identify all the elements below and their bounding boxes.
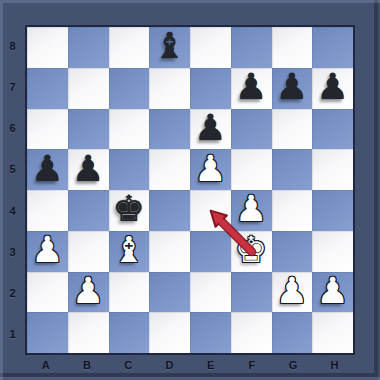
square-e1[interactable] [190, 312, 231, 353]
square-f5[interactable] [231, 149, 272, 190]
rank-label-4: 4 [0, 190, 25, 231]
piece-black-pawn-g7[interactable]: ♟ [276, 69, 308, 105]
piece-black-bishop-d8[interactable]: ♝ [153, 28, 185, 64]
piece-white-pawn-f4[interactable]: ♟ [235, 191, 267, 227]
square-f1[interactable] [231, 312, 272, 353]
rank-label-6: 6 [0, 108, 25, 149]
rank-label-5: 5 [0, 149, 25, 190]
rank-label-1: 1 [0, 314, 25, 355]
square-c1[interactable] [109, 312, 150, 353]
square-c8[interactable] [109, 27, 150, 68]
piece-black-pawn-e6[interactable]: ♟ [194, 110, 226, 146]
square-a7[interactable] [27, 68, 68, 109]
square-h4[interactable] [312, 190, 353, 231]
square-f7[interactable]: ♟ [231, 68, 272, 109]
square-d2[interactable] [149, 272, 190, 313]
square-b8[interactable] [68, 27, 109, 68]
square-a1[interactable] [27, 312, 68, 353]
square-h2[interactable]: ♟ [312, 272, 353, 313]
square-g1[interactable] [272, 312, 313, 353]
file-label-B: B [66, 356, 107, 374]
rank-label-8: 8 [0, 25, 25, 66]
square-b2[interactable]: ♟ [68, 272, 109, 313]
square-e2[interactable] [190, 272, 231, 313]
piece-white-king-f3[interactable]: ♚ [235, 232, 267, 268]
square-c4[interactable]: ♚ [109, 190, 150, 231]
square-g2[interactable]: ♟ [272, 272, 313, 313]
square-g6[interactable] [272, 109, 313, 150]
square-e6[interactable]: ♟ [190, 109, 231, 150]
file-label-D: D [149, 356, 190, 374]
piece-black-pawn-f7[interactable]: ♟ [235, 69, 267, 105]
file-label-A: A [25, 356, 66, 374]
square-b3[interactable] [68, 231, 109, 272]
square-a5[interactable]: ♟ [27, 149, 68, 190]
square-f3[interactable]: ♚ [231, 231, 272, 272]
square-d8[interactable]: ♝ [149, 27, 190, 68]
square-h7[interactable]: ♟ [312, 68, 353, 109]
file-label-E: E [190, 356, 231, 374]
square-d3[interactable] [149, 231, 190, 272]
square-d4[interactable] [149, 190, 190, 231]
piece-white-pawn-g2[interactable]: ♟ [276, 273, 308, 309]
square-d6[interactable] [149, 109, 190, 150]
square-g3[interactable] [272, 231, 313, 272]
square-e7[interactable] [190, 68, 231, 109]
piece-white-pawn-e5[interactable]: ♟ [194, 151, 226, 187]
square-c2[interactable] [109, 272, 150, 313]
square-d5[interactable] [149, 149, 190, 190]
square-e5[interactable]: ♟ [190, 149, 231, 190]
square-h5[interactable] [312, 149, 353, 190]
piece-black-pawn-a5[interactable]: ♟ [31, 151, 63, 187]
square-b7[interactable] [68, 68, 109, 109]
square-a4[interactable] [27, 190, 68, 231]
piece-black-pawn-h7[interactable]: ♟ [316, 69, 348, 105]
rank-label-3: 3 [0, 231, 25, 272]
square-b4[interactable] [68, 190, 109, 231]
rank-label-2: 2 [0, 273, 25, 314]
square-d7[interactable] [149, 68, 190, 109]
square-b6[interactable] [68, 109, 109, 150]
square-c7[interactable] [109, 68, 150, 109]
piece-black-pawn-b5[interactable]: ♟ [72, 151, 104, 187]
square-b1[interactable] [68, 312, 109, 353]
piece-white-pawn-b2[interactable]: ♟ [72, 273, 104, 309]
square-e3[interactable] [190, 231, 231, 272]
square-a3[interactable]: ♟ [27, 231, 68, 272]
square-e8[interactable] [190, 27, 231, 68]
square-g4[interactable] [272, 190, 313, 231]
piece-white-pawn-a3[interactable]: ♟ [31, 232, 63, 268]
square-g8[interactable] [272, 27, 313, 68]
square-f4[interactable]: ♟ [231, 190, 272, 231]
square-f2[interactable] [231, 272, 272, 313]
square-g7[interactable]: ♟ [272, 68, 313, 109]
square-d1[interactable] [149, 312, 190, 353]
square-e4[interactable] [190, 190, 231, 231]
square-h6[interactable] [312, 109, 353, 150]
square-a2[interactable] [27, 272, 68, 313]
piece-white-pawn-h2[interactable]: ♟ [316, 273, 348, 309]
square-c5[interactable] [109, 149, 150, 190]
square-h1[interactable] [312, 312, 353, 353]
square-f6[interactable] [231, 109, 272, 150]
square-f8[interactable] [231, 27, 272, 68]
chess-diagram: ♝♟♟♟♟♟♟♟♚♟♟♝♚♟♟♟ 87654321ABCDEFGH [0, 0, 380, 380]
square-c6[interactable] [109, 109, 150, 150]
square-g5[interactable] [272, 149, 313, 190]
chess-board: ♝♟♟♟♟♟♟♟♚♟♟♝♚♟♟♟ [25, 25, 355, 355]
file-label-F: F [231, 356, 272, 374]
square-a8[interactable] [27, 27, 68, 68]
square-h8[interactable] [312, 27, 353, 68]
file-label-C: C [108, 356, 149, 374]
piece-white-bishop-c3[interactable]: ♝ [113, 232, 145, 268]
piece-black-king-c4[interactable]: ♚ [113, 191, 145, 227]
square-c3[interactable]: ♝ [109, 231, 150, 272]
rank-label-7: 7 [0, 66, 25, 107]
square-b5[interactable]: ♟ [68, 149, 109, 190]
square-a6[interactable] [27, 109, 68, 150]
square-h3[interactable] [312, 231, 353, 272]
file-label-G: G [273, 356, 314, 374]
file-label-H: H [314, 356, 355, 374]
